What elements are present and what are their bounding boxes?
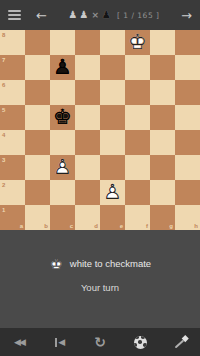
square-d6[interactable] (75, 80, 100, 105)
square-d1[interactable]: d (75, 205, 100, 230)
square-d3[interactable] (75, 155, 100, 180)
square-d8[interactable] (75, 30, 100, 55)
square-h1[interactable]: h (175, 205, 200, 230)
restart-button[interactable]: ↻ (80, 328, 120, 356)
square-b8[interactable] (25, 30, 50, 55)
square-c5[interactable]: ♚♔ (50, 105, 75, 130)
hint-wand-icon (173, 335, 188, 350)
square-h8[interactable] (175, 30, 200, 55)
file-label: b (44, 223, 48, 229)
square-b7[interactable] (25, 55, 50, 80)
square-b3[interactable] (25, 155, 50, 180)
square-e3[interactable] (100, 155, 125, 180)
puzzle-material-group: ♟ ♟ × ♟ [ 1 / 165 ] (47, 10, 181, 20)
square-h4[interactable] (175, 130, 200, 155)
square-a7[interactable]: 7 (0, 55, 25, 80)
puzzle-counter: [ 1 / 165 ] (117, 11, 160, 20)
square-c2[interactable] (50, 180, 75, 205)
turn-text: Your turn (81, 282, 119, 293)
status-area: ♚ ♔ white to checkmate Your turn (0, 230, 200, 328)
chess-board: 8♚♔7♟♙65♚♔43♟♙2♟♙1abcdefgh (0, 30, 200, 230)
rank-label: 5 (2, 107, 5, 113)
square-d2[interactable] (75, 180, 100, 205)
square-a4[interactable]: 4 (0, 130, 25, 155)
rank-label: 2 (2, 182, 5, 188)
file-label: e (120, 223, 123, 229)
file-label: h (194, 223, 198, 229)
rank-label: 7 (2, 57, 5, 63)
black-pawn[interactable]: ♟♙ (50, 55, 75, 80)
file-label: d (94, 223, 98, 229)
square-c3[interactable]: ♟♙ (50, 155, 75, 180)
square-g4[interactable] (150, 130, 175, 155)
white-pawn[interactable]: ♟♙ (50, 155, 75, 180)
previous-button[interactable]: ◀ (40, 328, 80, 356)
rank-label: 1 (2, 207, 5, 213)
square-e6[interactable] (100, 80, 125, 105)
file-label: c (70, 223, 73, 229)
square-b5[interactable] (25, 105, 50, 130)
square-g6[interactable] (150, 80, 175, 105)
goal-text: white to checkmate (70, 258, 151, 269)
rank-label: 3 (2, 157, 5, 163)
file-label: g (169, 223, 173, 229)
black-king[interactable]: ♚♔ (50, 105, 75, 130)
square-e5[interactable] (100, 105, 125, 130)
square-g3[interactable] (150, 155, 175, 180)
square-d7[interactable] (75, 55, 100, 80)
rewind-icon: ◀◀ (14, 337, 26, 347)
square-d4[interactable] (75, 130, 100, 155)
square-c7[interactable]: ♟♙ (50, 55, 75, 80)
square-g7[interactable] (150, 55, 175, 80)
hint-button[interactable] (160, 328, 200, 356)
white-king-icon: ♚ ♔ (49, 256, 64, 271)
square-a2[interactable]: 2 (0, 180, 25, 205)
bottom-toolbar: ◀◀ ◀ ↻ (0, 328, 200, 356)
square-g5[interactable] (150, 105, 175, 130)
square-d5[interactable] (75, 105, 100, 130)
square-e7[interactable] (100, 55, 125, 80)
square-h7[interactable] (175, 55, 200, 80)
white-pawn-icon: ♟ (79, 10, 88, 20)
square-h3[interactable] (175, 155, 200, 180)
rewind-button[interactable]: ◀◀ (0, 328, 40, 356)
square-f3[interactable] (125, 155, 150, 180)
square-g2[interactable] (150, 180, 175, 205)
square-e8[interactable] (100, 30, 125, 55)
square-c8[interactable] (50, 30, 75, 55)
square-a1[interactable]: 1a (0, 205, 25, 230)
white-pawn-icon: ♟ (69, 10, 78, 20)
previous-icon: ◀ (55, 338, 65, 347)
square-h6[interactable] (175, 80, 200, 105)
square-a6[interactable]: 6 (0, 80, 25, 105)
square-g1[interactable]: g (150, 205, 175, 230)
square-b6[interactable] (25, 80, 50, 105)
goal-row: ♚ ♔ white to checkmate (49, 256, 151, 271)
square-b4[interactable] (25, 130, 50, 155)
square-h2[interactable] (175, 180, 200, 205)
square-e4[interactable] (100, 130, 125, 155)
square-f5[interactable] (125, 105, 150, 130)
white-king[interactable]: ♚♔ (125, 30, 150, 55)
square-e1[interactable]: e (100, 205, 125, 230)
square-e2[interactable]: ♟♙ (100, 180, 125, 205)
black-pawn-icon: ♟ (102, 10, 111, 20)
engine-ball-icon (134, 336, 147, 349)
square-f1[interactable]: f (125, 205, 150, 230)
square-f8[interactable]: ♚♔ (125, 30, 150, 55)
capture-x-icon: × (91, 10, 99, 20)
engine-button[interactable] (120, 328, 160, 356)
square-c1[interactable]: c (50, 205, 75, 230)
menu-icon[interactable] (8, 10, 21, 20)
back-arrow-icon[interactable]: ← (36, 9, 47, 22)
square-a5[interactable]: 5 (0, 105, 25, 130)
square-b1[interactable]: b (25, 205, 50, 230)
white-pawn[interactable]: ♟♙ (100, 180, 125, 205)
square-b2[interactable] (25, 180, 50, 205)
rank-label: 8 (2, 32, 5, 38)
square-c6[interactable] (50, 80, 75, 105)
rank-label: 6 (2, 82, 5, 88)
square-h5[interactable] (175, 105, 200, 130)
top-bar: ← ♟ ♟ × ♟ [ 1 / 165 ] → (0, 0, 200, 30)
chess-puzzle-app: ← ♟ ♟ × ♟ [ 1 / 165 ] → 8♚♔7♟♙65♚♔43♟♙2♟… (0, 0, 200, 356)
forward-arrow-icon[interactable]: → (181, 9, 192, 22)
square-a8[interactable]: 8 (0, 30, 25, 55)
square-f4[interactable] (125, 130, 150, 155)
square-g8[interactable] (150, 30, 175, 55)
rank-label: 4 (2, 132, 5, 138)
square-c4[interactable] (50, 130, 75, 155)
square-f6[interactable] (125, 80, 150, 105)
square-f7[interactable] (125, 55, 150, 80)
square-f2[interactable] (125, 180, 150, 205)
square-a3[interactable]: 3 (0, 155, 25, 180)
restart-icon: ↻ (94, 335, 106, 349)
file-label: a (20, 223, 23, 229)
file-label: f (146, 223, 148, 229)
